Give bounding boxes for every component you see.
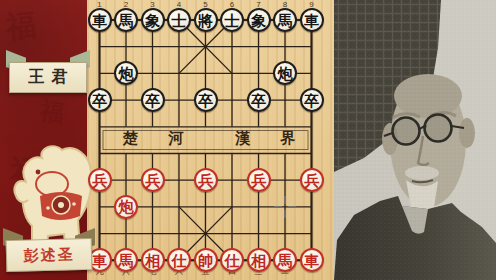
piece-red-p[interactable]: 兵 bbox=[247, 168, 271, 192]
piece-red-p[interactable]: 兵 bbox=[300, 168, 324, 192]
piece-black-p[interactable]: 卒 bbox=[194, 88, 218, 112]
piece-black-r[interactable]: 車 bbox=[88, 8, 112, 32]
river-label-left: 楚 河 bbox=[123, 129, 196, 148]
piece-black-p[interactable]: 卒 bbox=[141, 88, 165, 112]
piece-red-b[interactable]: 相 bbox=[141, 248, 165, 272]
piece-red-p[interactable]: 兵 bbox=[141, 168, 165, 192]
piece-red-k[interactable]: 帥 bbox=[194, 248, 218, 272]
piece-black-r[interactable]: 車 bbox=[300, 8, 324, 32]
xiangqi-board[interactable]: 楚 河 漢 界 123456789九八七六五四三二一車馬象士將士象馬車炮炮卒卒卒… bbox=[87, 0, 334, 280]
piece-red-p[interactable]: 兵 bbox=[194, 168, 218, 192]
piece-black-n[interactable]: 馬 bbox=[114, 8, 138, 32]
piece-black-n[interactable]: 馬 bbox=[273, 8, 297, 32]
piece-red-b[interactable]: 相 bbox=[247, 248, 271, 272]
piece-red-c[interactable]: 炮 bbox=[114, 195, 138, 219]
left-panel: 福 福 福 王君 彭述圣 bbox=[0, 0, 87, 280]
player-name-bottom: 彭述圣 bbox=[6, 238, 93, 272]
piece-black-b[interactable]: 象 bbox=[141, 8, 165, 32]
panel-texture-glyph: 福 bbox=[38, 94, 66, 129]
portrait-photo bbox=[334, 0, 496, 280]
player-banner-top: 王君 bbox=[9, 50, 87, 92]
player-name-top: 王君 bbox=[9, 62, 87, 93]
piece-black-k[interactable]: 將 bbox=[194, 8, 218, 32]
piece-black-a[interactable]: 士 bbox=[167, 8, 191, 32]
piece-black-p[interactable]: 卒 bbox=[300, 88, 324, 112]
screenshot-stage: 福 福 福 王君 彭述圣 bbox=[0, 0, 496, 280]
piece-black-a[interactable]: 士 bbox=[220, 8, 244, 32]
crosshair-marker bbox=[274, 196, 296, 218]
piece-black-b[interactable]: 象 bbox=[247, 8, 271, 32]
piece-red-p[interactable]: 兵 bbox=[88, 168, 112, 192]
river-label-right: 漢 界 bbox=[235, 129, 308, 148]
player-banner-bottom: 彭述圣 bbox=[6, 228, 92, 270]
piece-red-r[interactable]: 車 bbox=[300, 248, 324, 272]
piece-black-p[interactable]: 卒 bbox=[88, 88, 112, 112]
panel-texture-glyph: 福 bbox=[4, 5, 38, 49]
piece-black-p[interactable]: 卒 bbox=[247, 88, 271, 112]
